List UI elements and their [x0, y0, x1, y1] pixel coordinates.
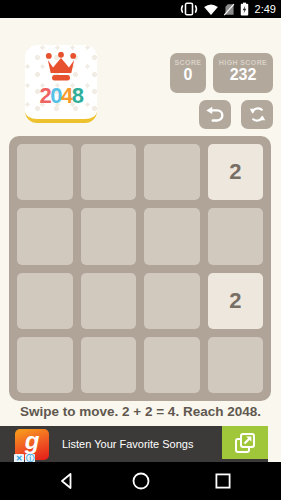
refresh-icon: [247, 104, 268, 125]
score-label: SCORE: [170, 59, 206, 66]
empty-cell: [208, 337, 264, 393]
tile-2-r1c4: 2: [208, 144, 264, 200]
wifi-icon: [203, 3, 219, 16]
2048-app-screen: 2:49 2048 SCORE 0 HIGH SCORE 232: [0, 0, 281, 500]
empty-cell: [81, 144, 137, 200]
nav-back-button[interactable]: [57, 471, 77, 491]
high-score-value: 232: [213, 66, 273, 84]
empty-cell: [81, 337, 137, 393]
empty-cell: [144, 208, 200, 264]
app-logo: 2048: [25, 45, 97, 123]
board-grid[interactable]: 22: [9, 136, 271, 401]
score-value: 0: [170, 66, 206, 84]
high-score-box: HIGH SCORE 232: [213, 53, 273, 93]
ad-app-logo-letter: g: [25, 429, 40, 453]
external-link-icon: [233, 431, 257, 455]
instructions-text: Swipe to move. 2 + 2 = 4. Reach 2048.: [0, 404, 281, 419]
high-score-label: HIGH SCORE: [213, 59, 273, 66]
empty-cell: [144, 144, 200, 200]
crown-icon: [42, 52, 80, 82]
status-bar: 2:49: [0, 0, 281, 18]
logo-letter: 4: [61, 83, 72, 108]
vibrate-icon: [179, 2, 199, 16]
tile-2-r3c4: 2: [208, 273, 264, 329]
android-nav-bar: [0, 462, 281, 500]
undo-button[interactable]: [199, 100, 231, 129]
status-time: 2:49: [255, 3, 276, 15]
nav-home-button[interactable]: [131, 471, 151, 491]
logo-letter: 2: [40, 83, 51, 108]
nav-recents-button[interactable]: [213, 471, 233, 491]
empty-cell: [81, 208, 137, 264]
ad-banner[interactable]: g ✕ ⓘ Listen Your Favorite Songs: [0, 426, 268, 462]
logo-letter: 8: [72, 83, 83, 108]
no-sim-icon: [223, 3, 236, 16]
empty-cell: [17, 144, 73, 200]
score-box: SCORE 0: [170, 53, 206, 93]
ad-text: Listen Your Favorite Songs: [62, 438, 193, 450]
empty-cell: [17, 273, 73, 329]
empty-cell: [208, 208, 264, 264]
ad-open-button[interactable]: [222, 426, 268, 459]
empty-cell: [17, 337, 73, 393]
logo-letter: 0: [50, 83, 61, 108]
empty-cell: [144, 273, 200, 329]
new-game-button[interactable]: [241, 100, 273, 129]
undo-icon: [204, 105, 226, 124]
logo-title: 2048: [25, 85, 97, 107]
battery-charging-icon: [240, 2, 249, 16]
empty-cell: [81, 273, 137, 329]
empty-cell: [17, 208, 73, 264]
empty-cell: [144, 337, 200, 393]
ad-app-icon[interactable]: g ✕ ⓘ: [15, 429, 49, 460]
